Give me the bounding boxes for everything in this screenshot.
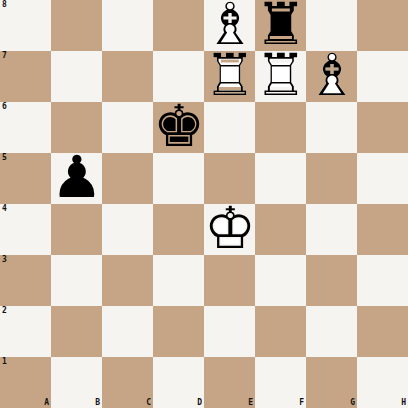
- square-e7[interactable]: ♜♖: [204, 51, 255, 102]
- square-c3[interactable]: [102, 255, 153, 306]
- square-b5[interactable]: ♟: [51, 153, 102, 204]
- square-c2[interactable]: [102, 306, 153, 357]
- square-c6[interactable]: [102, 102, 153, 153]
- square-a2[interactable]: 2: [0, 306, 51, 357]
- square-e4[interactable]: ♚♔: [204, 204, 255, 255]
- rank-label-1: 1: [2, 358, 7, 366]
- square-a7[interactable]: 7: [0, 51, 51, 102]
- square-d1[interactable]: D: [153, 357, 204, 408]
- file-label-e: E: [248, 399, 253, 407]
- square-c4[interactable]: [102, 204, 153, 255]
- square-a3[interactable]: 3: [0, 255, 51, 306]
- square-b8[interactable]: [51, 0, 102, 51]
- square-a6[interactable]: 6: [0, 102, 51, 153]
- square-h1[interactable]: H: [357, 357, 408, 408]
- square-c7[interactable]: [102, 51, 153, 102]
- square-f4[interactable]: [255, 204, 306, 255]
- piece-white-bishop[interactable]: ♝♗: [306, 51, 357, 102]
- square-c8[interactable]: [102, 0, 153, 51]
- square-a4[interactable]: 4: [0, 204, 51, 255]
- square-f2[interactable]: [255, 306, 306, 357]
- square-h8[interactable]: [357, 0, 408, 51]
- file-label-a: A: [44, 399, 49, 407]
- square-g1[interactable]: G: [306, 357, 357, 408]
- square-a8[interactable]: 8: [0, 0, 51, 51]
- piece-white-rook[interactable]: ♜♖: [204, 51, 255, 102]
- square-g5[interactable]: [306, 153, 357, 204]
- square-f5[interactable]: [255, 153, 306, 204]
- rank-label-5: 5: [2, 154, 7, 162]
- square-c5[interactable]: [102, 153, 153, 204]
- rank-label-4: 4: [2, 205, 7, 213]
- rank-label-7: 7: [2, 52, 7, 60]
- square-g7[interactable]: ♝♗: [306, 51, 357, 102]
- rank-label-6: 6: [2, 103, 7, 111]
- square-b4[interactable]: [51, 204, 102, 255]
- square-h3[interactable]: [357, 255, 408, 306]
- file-label-c: C: [146, 399, 151, 407]
- chess-board: 8♝♗♜7♜♖♜♖♝♗6♚5♟4♚♔321ABCDEFGH: [0, 0, 408, 408]
- square-h5[interactable]: [357, 153, 408, 204]
- square-e1[interactable]: E: [204, 357, 255, 408]
- square-g6[interactable]: [306, 102, 357, 153]
- rank-label-8: 8: [2, 1, 7, 9]
- square-g2[interactable]: [306, 306, 357, 357]
- square-b7[interactable]: [51, 51, 102, 102]
- white-king-outline: ♔: [204, 204, 255, 255]
- file-label-f: F: [299, 399, 304, 407]
- piece-black-pawn[interactable]: ♟: [51, 153, 102, 204]
- square-a5[interactable]: 5: [0, 153, 51, 204]
- file-label-h: H: [401, 399, 406, 407]
- square-h6[interactable]: [357, 102, 408, 153]
- square-f7[interactable]: ♜♖: [255, 51, 306, 102]
- square-b1[interactable]: B: [51, 357, 102, 408]
- square-e6[interactable]: [204, 102, 255, 153]
- square-d6[interactable]: ♚: [153, 102, 204, 153]
- square-e3[interactable]: [204, 255, 255, 306]
- square-c1[interactable]: C: [102, 357, 153, 408]
- square-d3[interactable]: [153, 255, 204, 306]
- square-f1[interactable]: F: [255, 357, 306, 408]
- square-f6[interactable]: [255, 102, 306, 153]
- square-d4[interactable]: [153, 204, 204, 255]
- square-b2[interactable]: [51, 306, 102, 357]
- rank-label-3: 3: [2, 256, 7, 264]
- black-king-fill: ♚: [153, 102, 204, 153]
- black-pawn-fill: ♟: [51, 153, 102, 204]
- square-b3[interactable]: [51, 255, 102, 306]
- file-label-g: G: [350, 399, 355, 407]
- rank-label-2: 2: [2, 307, 7, 315]
- square-d8[interactable]: [153, 0, 204, 51]
- white-rook-outline: ♖: [255, 51, 306, 102]
- piece-white-king[interactable]: ♚♔: [204, 204, 255, 255]
- white-rook-outline: ♖: [204, 51, 255, 102]
- file-label-d: D: [197, 399, 202, 407]
- square-a1[interactable]: 1A: [0, 357, 51, 408]
- square-f3[interactable]: [255, 255, 306, 306]
- file-label-b: B: [95, 399, 100, 407]
- piece-black-king[interactable]: ♚: [153, 102, 204, 153]
- square-g4[interactable]: [306, 204, 357, 255]
- square-g3[interactable]: [306, 255, 357, 306]
- square-h7[interactable]: [357, 51, 408, 102]
- white-bishop-outline: ♗: [306, 51, 357, 102]
- square-h2[interactable]: [357, 306, 408, 357]
- square-h4[interactable]: [357, 204, 408, 255]
- square-d5[interactable]: [153, 153, 204, 204]
- piece-white-rook[interactable]: ♜♖: [255, 51, 306, 102]
- square-e2[interactable]: [204, 306, 255, 357]
- square-d2[interactable]: [153, 306, 204, 357]
